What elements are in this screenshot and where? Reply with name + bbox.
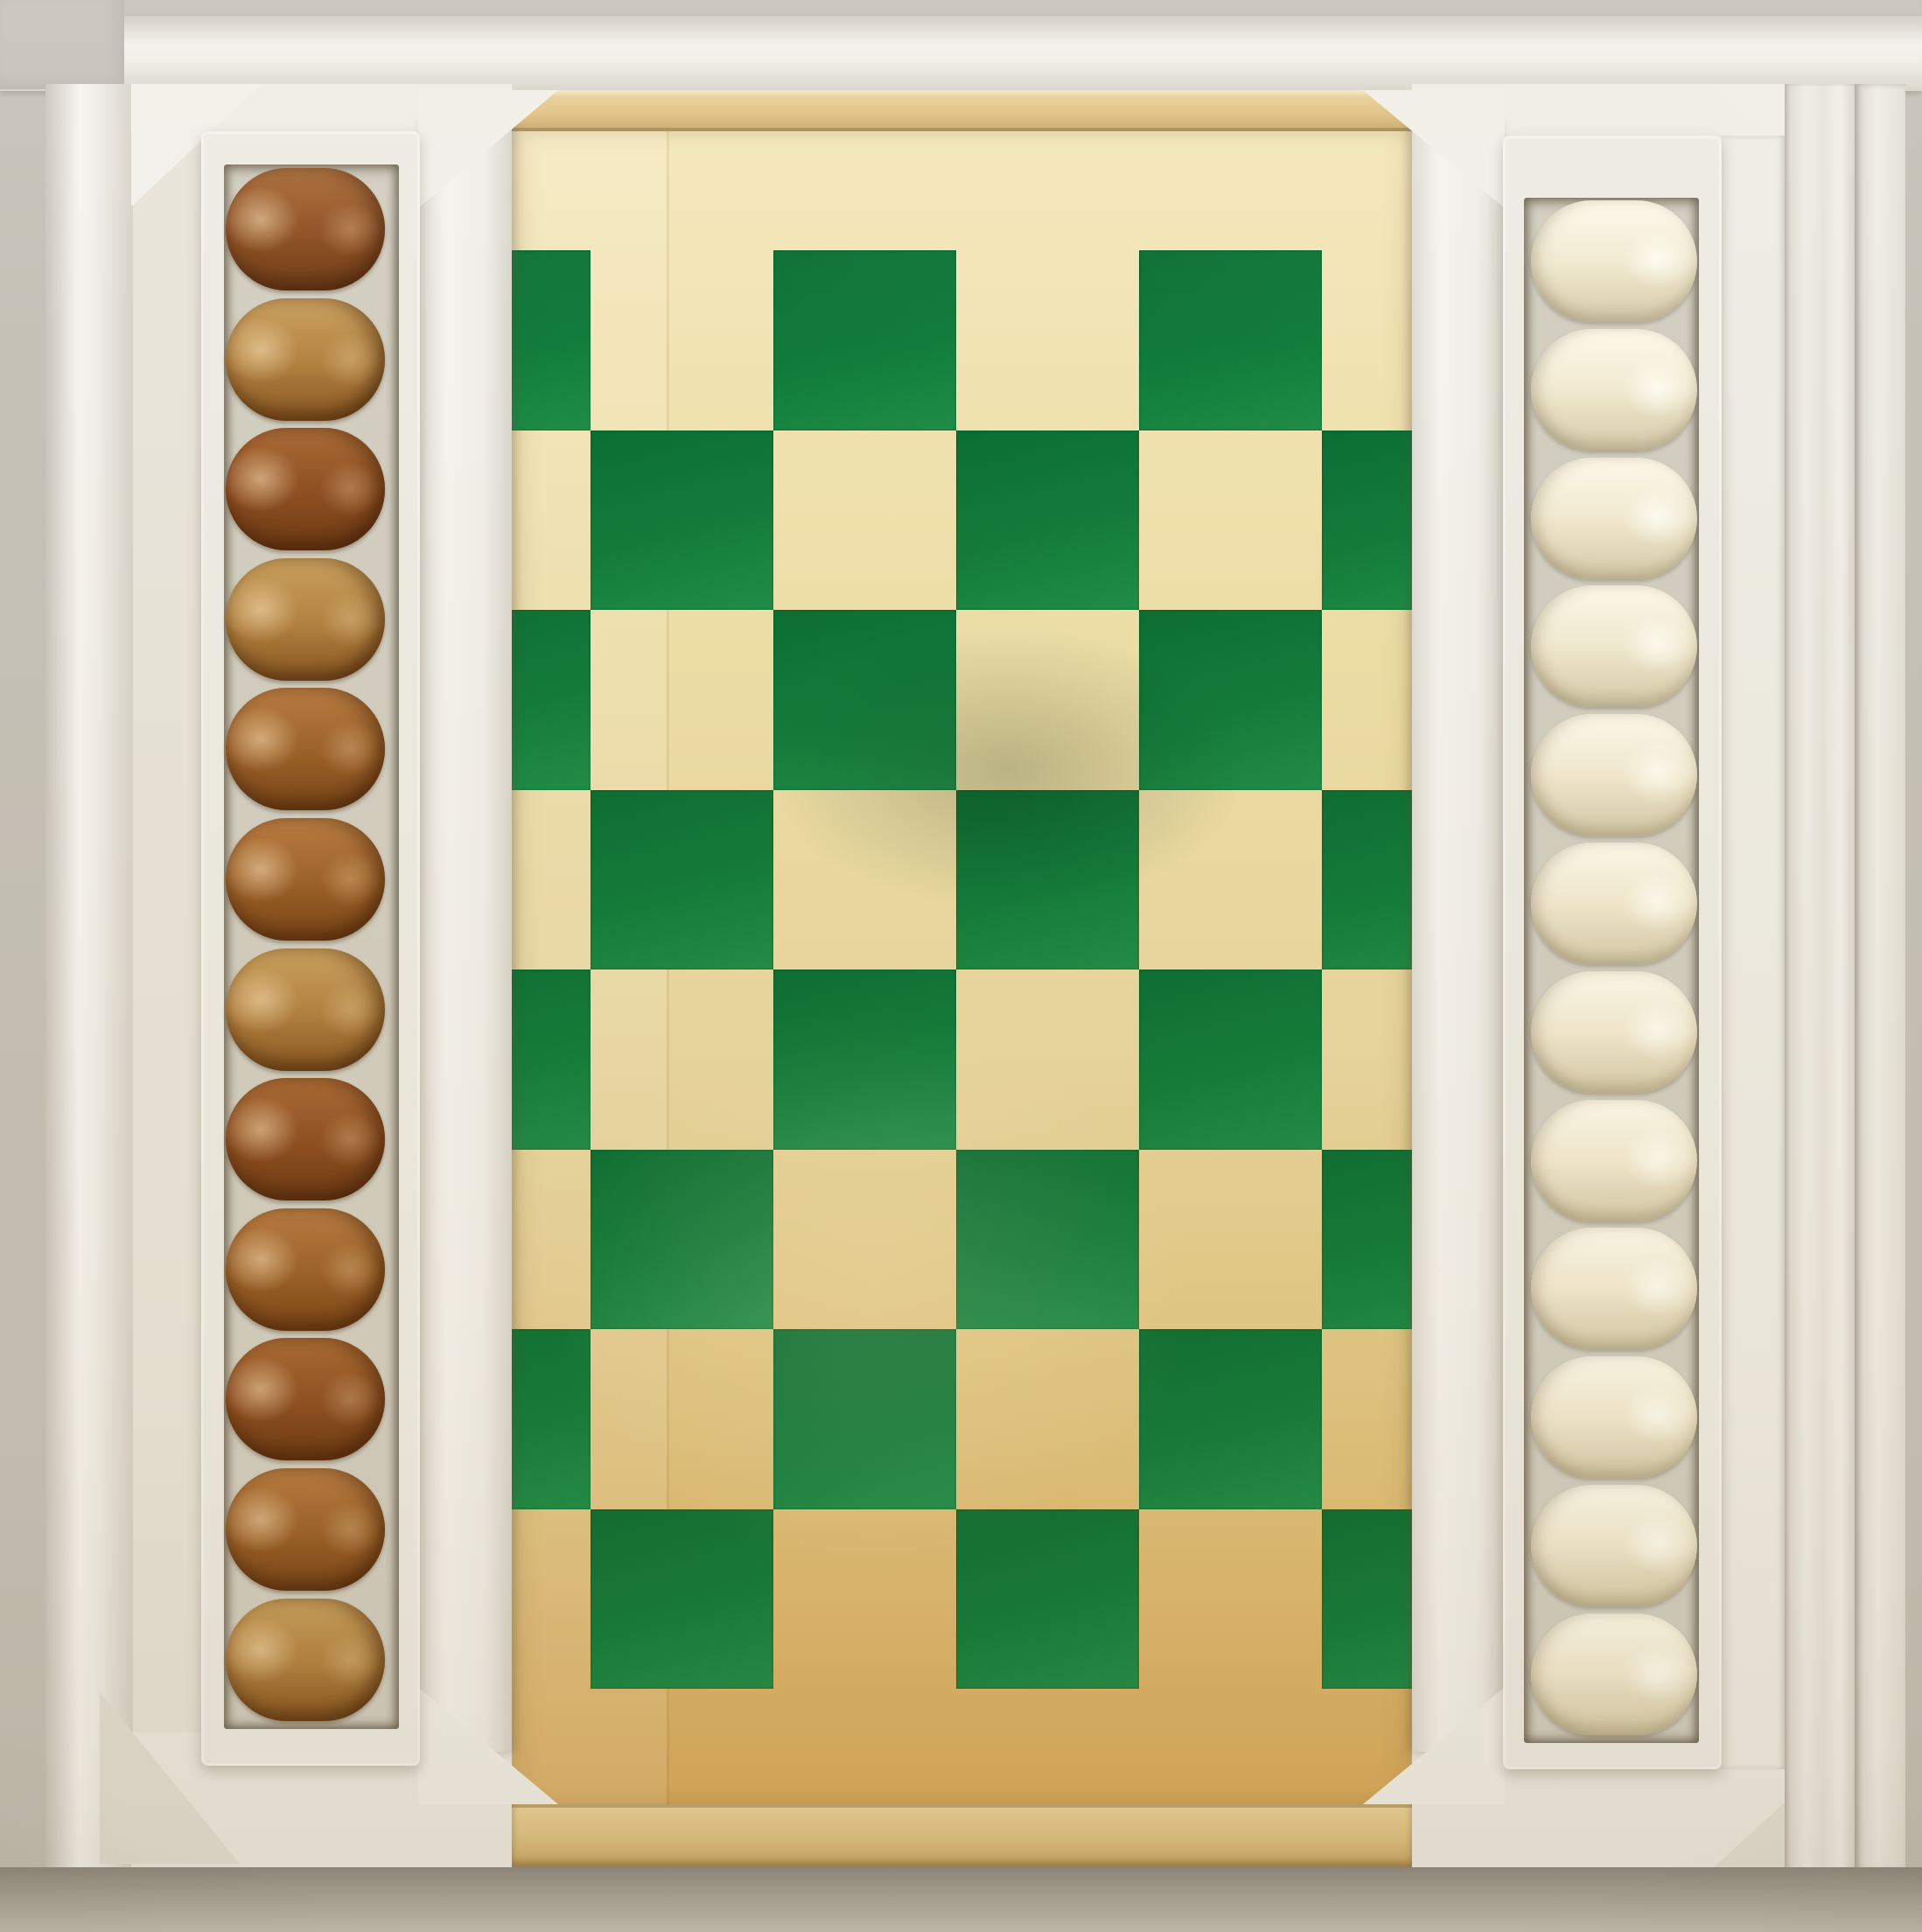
- board-square-d2[interactable]: [591, 1329, 773, 1509]
- dark-checker-piece-2[interactable]: [226, 298, 385, 421]
- board-square-d8[interactable]: [591, 250, 773, 430]
- board-square-h1[interactable]: [1322, 1509, 1412, 1690]
- board-square-f3[interactable]: [956, 1150, 1139, 1330]
- light-checker-piece-11[interactable]: [1531, 1485, 1697, 1606]
- board-square-g4[interactable]: [1139, 969, 1322, 1150]
- dark-checker-piece-6[interactable]: [226, 818, 385, 941]
- board-square-h8[interactable]: [1322, 250, 1412, 430]
- dark-checker-piece-9[interactable]: [226, 1208, 385, 1331]
- box-wall-right: [1785, 84, 1855, 1871]
- dark-checker-piece-11[interactable]: [226, 1468, 385, 1591]
- board-square-d7[interactable]: [591, 430, 773, 611]
- board-square-e2[interactable]: [773, 1329, 956, 1509]
- board-square-g7[interactable]: [1139, 430, 1322, 611]
- board-square-e3[interactable]: [773, 1150, 956, 1330]
- board-square-e5[interactable]: [773, 790, 956, 970]
- board-square-c6[interactable]: [512, 610, 591, 790]
- dark-checker-piece-4[interactable]: [226, 558, 385, 681]
- board-square-c3[interactable]: [512, 1150, 591, 1330]
- boxed-checkers-set-photo: [0, 0, 1922, 1932]
- dark-checker-piece-8[interactable]: [226, 1078, 385, 1200]
- board-square-e4[interactable]: [773, 969, 956, 1150]
- board-square-g5[interactable]: [1139, 790, 1322, 970]
- board-square-d5[interactable]: [591, 790, 773, 970]
- board-square-e6[interactable]: [773, 610, 956, 790]
- piece-tray-left: [201, 131, 420, 1766]
- board-square-h6[interactable]: [1322, 610, 1412, 790]
- checkerboard-grid: [512, 250, 1412, 1689]
- board-square-f4[interactable]: [956, 969, 1139, 1150]
- dark-checker-piece-10[interactable]: [226, 1338, 385, 1460]
- tray-flange-right: [1412, 122, 1505, 1752]
- light-checker-piece-3[interactable]: [1531, 458, 1697, 579]
- board-visible-window: [512, 250, 1412, 1689]
- board-square-e8[interactable]: [773, 250, 956, 430]
- board-trim-top: [512, 90, 1412, 131]
- board-square-h4[interactable]: [1322, 969, 1412, 1150]
- board-square-h2[interactable]: [1322, 1329, 1412, 1509]
- light-checker-piece-9[interactable]: [1531, 1228, 1697, 1349]
- box-bottom-shadow: [0, 1867, 1922, 1932]
- light-checker-piece-4[interactable]: [1531, 585, 1697, 707]
- board-square-f6[interactable]: [956, 610, 1139, 790]
- light-checker-piece-1[interactable]: [1531, 200, 1697, 322]
- dark-checker-piece-12[interactable]: [226, 1599, 385, 1721]
- light-checker-piece-8[interactable]: [1531, 1100, 1697, 1221]
- board-square-h5[interactable]: [1322, 790, 1412, 970]
- board-square-d4[interactable]: [591, 969, 773, 1150]
- board-square-e7[interactable]: [773, 430, 956, 611]
- dark-checker-piece-1[interactable]: [226, 168, 385, 290]
- table-surface-corner: [0, 0, 124, 89]
- piece-tray-right: [1503, 136, 1722, 1769]
- box-wall-left: [45, 84, 133, 1874]
- dark-checker-piece-3[interactable]: [226, 428, 385, 550]
- board-square-c7[interactable]: [512, 430, 591, 611]
- board-square-f1[interactable]: [956, 1509, 1139, 1690]
- dark-checker-piece-5[interactable]: [226, 688, 385, 810]
- board-square-g2[interactable]: [1139, 1329, 1322, 1509]
- board-square-d6[interactable]: [591, 610, 773, 790]
- board-square-f8[interactable]: [956, 250, 1139, 430]
- board-square-g1[interactable]: [1139, 1509, 1322, 1690]
- tray-slot-dark-pieces: [224, 164, 399, 1729]
- board-square-h3[interactable]: [1322, 1150, 1412, 1330]
- board-square-c4[interactable]: [512, 969, 591, 1150]
- light-checker-piece-2[interactable]: [1531, 329, 1697, 451]
- tray-body-right: [1722, 136, 1785, 1769]
- board-square-f5[interactable]: [956, 790, 1139, 970]
- tray-slot-light-pieces: [1524, 198, 1699, 1743]
- light-checker-piece-7[interactable]: [1531, 971, 1697, 1093]
- board-square-h7[interactable]: [1322, 430, 1412, 611]
- box-rim-right: [1855, 84, 1905, 1871]
- board-square-d1[interactable]: [591, 1509, 773, 1690]
- board-square-c8[interactable]: [512, 250, 591, 430]
- board-trim-bottom: [512, 1804, 1412, 1867]
- board-square-c1[interactable]: [512, 1509, 591, 1690]
- board-square-e1[interactable]: [773, 1509, 956, 1690]
- board-square-c5[interactable]: [512, 790, 591, 970]
- light-checker-piece-5[interactable]: [1531, 714, 1697, 836]
- board-square-f2[interactable]: [956, 1329, 1139, 1509]
- light-checker-piece-12[interactable]: [1531, 1613, 1697, 1735]
- light-checker-piece-6[interactable]: [1531, 843, 1697, 964]
- light-checker-piece-10[interactable]: [1531, 1356, 1697, 1478]
- board-square-c2[interactable]: [512, 1329, 591, 1509]
- board-square-g8[interactable]: [1139, 250, 1322, 430]
- box-rim-top: [0, 16, 1922, 91]
- tray-flange-left: [418, 122, 512, 1752]
- board-square-g6[interactable]: [1139, 610, 1322, 790]
- board-square-d3[interactable]: [591, 1150, 773, 1330]
- board-square-g3[interactable]: [1139, 1150, 1322, 1330]
- board-square-f7[interactable]: [956, 430, 1139, 611]
- dark-checker-piece-7[interactable]: [226, 948, 385, 1071]
